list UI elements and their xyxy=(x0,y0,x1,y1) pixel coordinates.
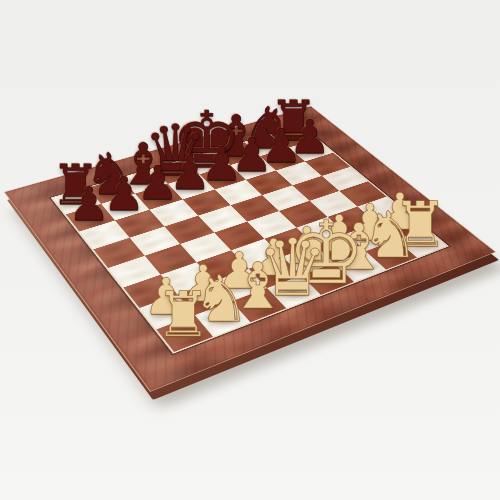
chess-board xyxy=(4,106,496,392)
chess-set-photo: ♜♞♝♛♚♝♞♜♟♟♟♟♟♟♟♟♟♟♟♟♟♟♟♟♜♞♝♛♚♝♞♜ xyxy=(0,0,500,500)
board-sheen xyxy=(5,106,495,390)
